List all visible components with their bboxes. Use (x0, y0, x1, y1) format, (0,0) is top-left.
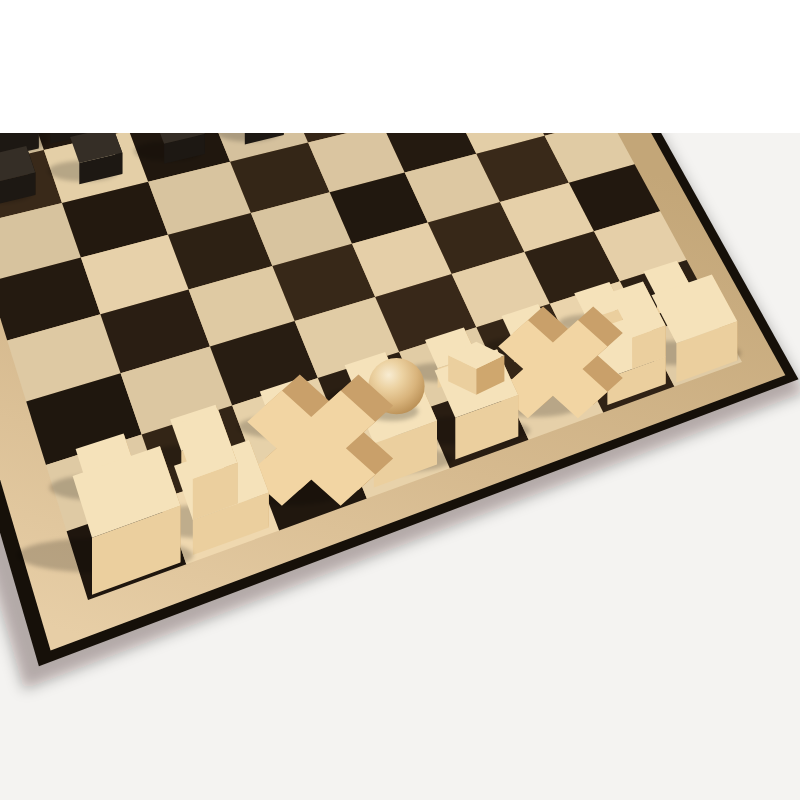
photo-crop-band (0, 0, 800, 133)
chessboard-scene (0, 0, 800, 800)
bauhaus-chess-product-photo (0, 0, 800, 800)
